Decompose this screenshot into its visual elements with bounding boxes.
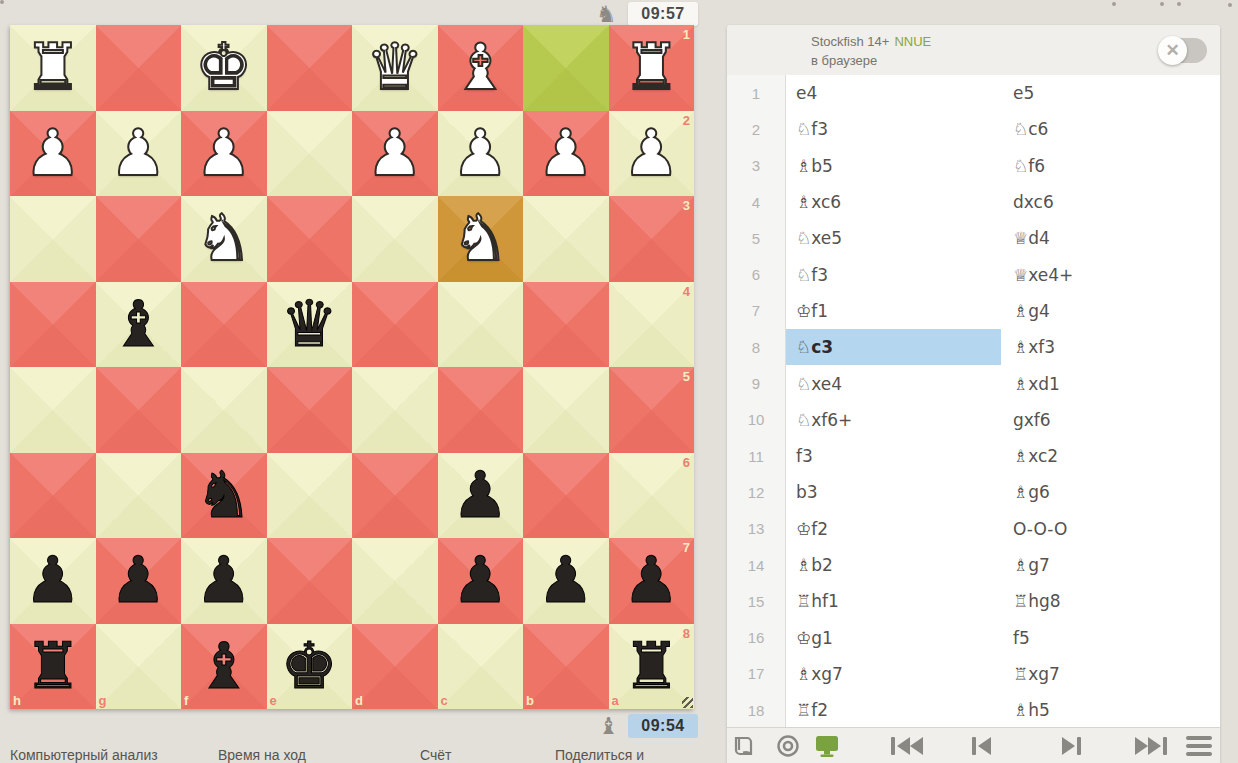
move-number: 1 xyxy=(727,75,786,111)
move-row: 9♘xe4♗xd1 xyxy=(727,365,1220,401)
rank-label-1: 1 xyxy=(683,28,690,41)
square-f1[interactable]: ♚ xyxy=(181,25,267,111)
opening-book-icon[interactable] xyxy=(727,728,761,763)
black-pawn[interactable]: ♟ xyxy=(181,538,267,624)
rank-label-4: 4 xyxy=(683,285,690,298)
move-number: 14 xyxy=(727,547,786,583)
move-number: 12 xyxy=(727,474,786,510)
move-number: 5 xyxy=(727,220,786,256)
rank-label-8: 8 xyxy=(683,627,690,640)
square-a5[interactable]: 5 xyxy=(609,367,695,453)
square-h4[interactable] xyxy=(10,282,96,368)
square-h2[interactable]: ♟ xyxy=(10,111,96,197)
move-black[interactable]: ♗g4 xyxy=(1001,293,1220,329)
move-white[interactable]: ♗xg7 xyxy=(786,656,1001,692)
black-material-bishop-icon: ♝ xyxy=(598,714,619,738)
move-white[interactable]: ♖hf1 xyxy=(786,583,1001,619)
file-label-a: a xyxy=(612,694,619,707)
square-h7[interactable]: ♟ xyxy=(10,538,96,624)
white-pawn[interactable]: ♟ xyxy=(523,111,609,197)
move-row: 16♔g1f5 xyxy=(727,619,1220,655)
move-white[interactable]: ♘xe4 xyxy=(786,365,1001,401)
nnue-badge: NNUE xyxy=(894,34,931,49)
white-rook[interactable]: ♜ xyxy=(609,25,695,111)
square-f8[interactable]: ♝f xyxy=(181,624,267,710)
first-move-icon[interactable] xyxy=(883,728,931,763)
square-g1[interactable] xyxy=(96,25,182,111)
move-white[interactable]: ♗b2 xyxy=(786,547,1001,583)
square-g3[interactable] xyxy=(96,196,182,282)
move-row: 14♗b2♗g7 xyxy=(727,547,1220,583)
white-queen[interactable]: ♛ xyxy=(352,25,438,111)
move-black[interactable]: ♖xg7 xyxy=(1001,656,1220,692)
square-c8[interactable]: c xyxy=(438,624,524,710)
move-row: 5♘xe5♕d4 xyxy=(727,220,1220,256)
move-white[interactable]: ♔f1 xyxy=(786,293,1001,329)
square-b7[interactable]: ♟ xyxy=(523,538,609,624)
move-white[interactable]: ♘xe5 xyxy=(786,220,1001,256)
move-white[interactable]: ♗b5 xyxy=(786,148,1001,184)
black-pawn[interactable]: ♟ xyxy=(438,538,524,624)
move-number: 6 xyxy=(727,256,786,292)
move-black[interactable]: ♗h5 xyxy=(1001,692,1220,727)
square-c7[interactable]: ♟ xyxy=(438,538,524,624)
move-list: 1e4e52♘f3♘c63♗b5♘f64♗xc6dxc65♘xe5♕d46♘f3… xyxy=(727,75,1220,727)
move-black[interactable]: ♘c6 xyxy=(1001,111,1220,147)
square-d5[interactable] xyxy=(352,367,438,453)
square-b1[interactable] xyxy=(523,25,609,111)
move-white[interactable]: ♘xf6+ xyxy=(786,402,1001,438)
square-f5[interactable] xyxy=(181,367,267,453)
analysis-panel: Stockfish 14+NNUE в браузере ✕ 1e4e52♘f3… xyxy=(727,25,1220,763)
board-editor-screen-icon[interactable] xyxy=(809,728,845,763)
white-pawn[interactable]: ♟ xyxy=(10,111,96,197)
next-move-icon[interactable] xyxy=(1047,728,1095,763)
move-white[interactable]: ♘c3 xyxy=(786,329,1001,365)
square-a1[interactable]: ♜1 xyxy=(609,25,695,111)
file-label-e: e xyxy=(270,694,277,707)
square-h8[interactable]: ♜h xyxy=(10,624,96,710)
move-number: 2 xyxy=(727,111,786,147)
move-black[interactable]: ♗g6 xyxy=(1001,474,1220,510)
move-row: 11f3♗xc2 xyxy=(727,438,1220,474)
tab-Компьютерный анализ[interactable]: Компьютерный анализ xyxy=(10,747,158,763)
square-g7[interactable]: ♟ xyxy=(96,538,182,624)
move-row: 4♗xc6dxc6 xyxy=(727,184,1220,220)
square-e6[interactable] xyxy=(267,453,353,539)
square-b6[interactable] xyxy=(523,453,609,539)
white-clock: 09:57 xyxy=(628,2,698,26)
square-d7[interactable] xyxy=(352,538,438,624)
move-number: 18 xyxy=(727,692,786,727)
square-g4[interactable]: ♝ xyxy=(96,282,182,368)
move-row: 10♘xf6+gxf6 xyxy=(727,402,1220,438)
square-e8[interactable]: ♚e xyxy=(267,624,353,710)
black-pawn[interactable]: ♟ xyxy=(523,538,609,624)
square-e7[interactable] xyxy=(267,538,353,624)
square-c4[interactable] xyxy=(438,282,524,368)
move-white[interactable]: ♘f3 xyxy=(786,256,1001,292)
file-label-b: b xyxy=(526,694,534,707)
move-black[interactable]: f5 xyxy=(1001,619,1220,655)
move-number: 10 xyxy=(727,402,786,438)
move-black[interactable]: ♕d4 xyxy=(1001,220,1220,256)
square-e4[interactable]: ♛ xyxy=(267,282,353,368)
move-row: 6♘f3♕xe4+ xyxy=(727,256,1220,292)
square-d6[interactable] xyxy=(352,453,438,539)
move-row: 2♘f3♘c6 xyxy=(727,111,1220,147)
move-black[interactable]: e5 xyxy=(1001,75,1220,111)
black-knight[interactable]: ♞ xyxy=(181,453,267,539)
move-black[interactable]: ♖hg8 xyxy=(1001,583,1220,619)
engine-name: Stockfish 14+NNUE xyxy=(811,32,931,51)
black-bishop[interactable]: ♝ xyxy=(96,282,182,368)
rank-label-3: 3 xyxy=(683,199,690,212)
square-h1[interactable]: ♜ xyxy=(10,25,96,111)
engine-subtitle: в браузере xyxy=(811,51,931,70)
move-black[interactable]: ♕xe4+ xyxy=(1001,256,1220,292)
square-d1[interactable]: ♛ xyxy=(352,25,438,111)
black-bishop[interactable]: ♝ xyxy=(181,624,267,710)
move-black[interactable]: dxc6 xyxy=(1001,184,1220,220)
white-bishop[interactable]: ♝ xyxy=(438,25,524,111)
move-white[interactable]: ♘f3 xyxy=(786,111,1001,147)
move-row: 8♘c3♗xf3 xyxy=(727,329,1220,365)
black-king[interactable]: ♚ xyxy=(267,624,353,710)
previous-move-icon[interactable] xyxy=(957,728,1005,763)
move-row: 18♖f2♗h5 xyxy=(727,692,1220,727)
move-number: 11 xyxy=(727,438,786,474)
move-black[interactable]: ♗xc2 xyxy=(1001,438,1220,474)
square-a6[interactable]: 6 xyxy=(609,453,695,539)
square-f3[interactable]: ♞ xyxy=(181,196,267,282)
chess-board[interactable]: ♜♚♛♝♜1♟♟♟♟♟♟♟2♞♞3♝♛45♞♟6♟♟♟♟♟♟7♜hg♝f♚edc… xyxy=(10,25,694,709)
white-material-knight-icon: ♞ xyxy=(596,2,617,26)
square-c1[interactable]: ♝ xyxy=(438,25,524,111)
square-a4[interactable]: 4 xyxy=(609,282,695,368)
move-white[interactable]: ♗xc6 xyxy=(786,184,1001,220)
square-c3[interactable]: ♞ xyxy=(438,196,524,282)
move-row: 1e4e5 xyxy=(727,75,1220,111)
square-f7[interactable]: ♟ xyxy=(181,538,267,624)
square-e1[interactable] xyxy=(267,25,353,111)
move-black[interactable]: gxf6 xyxy=(1001,402,1220,438)
white-rook[interactable]: ♜ xyxy=(10,25,96,111)
square-d2[interactable]: ♟ xyxy=(352,111,438,197)
move-number: 4 xyxy=(727,184,786,220)
rank-label-6: 6 xyxy=(683,456,690,469)
move-black[interactable]: O-O-O xyxy=(1001,511,1220,547)
move-number: 16 xyxy=(727,619,786,655)
black-pawn[interactable]: ♟ xyxy=(10,538,96,624)
square-f2[interactable]: ♟ xyxy=(181,111,267,197)
move-row: 3♗b5♘f6 xyxy=(727,148,1220,184)
white-knight[interactable]: ♞ xyxy=(438,196,524,282)
rank-label-5: 5 xyxy=(683,370,690,383)
move-number: 13 xyxy=(727,511,786,547)
white-pawn[interactable]: ♟ xyxy=(96,111,182,197)
square-h6[interactable] xyxy=(10,453,96,539)
square-e3[interactable] xyxy=(267,196,353,282)
move-white[interactable]: ♔g1 xyxy=(786,619,1001,655)
black-pawn[interactable]: ♟ xyxy=(438,453,524,539)
move-white[interactable]: b3 xyxy=(786,474,1001,510)
black-pawn[interactable]: ♟ xyxy=(96,538,182,624)
analysis-tabs: Компьютерный анализВремя на ходСчётПодел… xyxy=(10,747,710,763)
move-row: 15♖hf1♖hg8 xyxy=(727,583,1220,619)
black-rook[interactable]: ♜ xyxy=(10,624,96,710)
move-number: 3 xyxy=(727,148,786,184)
black-pawn[interactable]: ♟ xyxy=(609,538,695,624)
move-row: 12b3♗g6 xyxy=(727,474,1220,510)
white-pawn[interactable]: ♟ xyxy=(609,111,695,197)
move-white[interactable]: ♖f2 xyxy=(786,692,1001,727)
white-king[interactable]: ♚ xyxy=(181,25,267,111)
move-number: 7 xyxy=(727,293,786,329)
move-black[interactable]: ♗g7 xyxy=(1001,547,1220,583)
move-number: 9 xyxy=(727,365,786,401)
square-a3[interactable]: 3 xyxy=(609,196,695,282)
move-row: 7♔f1♗g4 xyxy=(727,293,1220,329)
file-label-c: c xyxy=(441,694,448,707)
square-g6[interactable] xyxy=(96,453,182,539)
square-a7[interactable]: ♟7 xyxy=(609,538,695,624)
square-b5[interactable] xyxy=(523,367,609,453)
square-f6[interactable]: ♞ xyxy=(181,453,267,539)
square-g2[interactable]: ♟ xyxy=(96,111,182,197)
square-b4[interactable] xyxy=(523,282,609,368)
square-c6[interactable]: ♟ xyxy=(438,453,524,539)
move-black[interactable]: ♘f6 xyxy=(1001,148,1220,184)
square-e2[interactable] xyxy=(267,111,353,197)
engine-header: Stockfish 14+NNUE в браузере ✕ xyxy=(727,25,1220,75)
square-b3[interactable] xyxy=(523,196,609,282)
engine-toggle-knob[interactable]: ✕ xyxy=(1158,36,1187,65)
move-black[interactable]: ♗xd1 xyxy=(1001,365,1220,401)
square-a2[interactable]: ♟2 xyxy=(609,111,695,197)
black-queen[interactable]: ♛ xyxy=(267,282,353,368)
move-white[interactable]: e4 xyxy=(786,75,1001,111)
white-pawn[interactable]: ♟ xyxy=(181,111,267,197)
square-c5[interactable] xyxy=(438,367,524,453)
move-number: 8 xyxy=(727,329,786,365)
square-d3[interactable] xyxy=(352,196,438,282)
move-number: 17 xyxy=(727,656,786,692)
tab-Счёт[interactable]: Счёт xyxy=(420,747,451,763)
file-label-f: f xyxy=(184,694,188,707)
rank-label-7: 7 xyxy=(683,541,690,554)
square-g5[interactable] xyxy=(96,367,182,453)
move-number: 15 xyxy=(727,583,786,619)
black-clock: 09:54 xyxy=(628,714,698,738)
tab-Поделиться и[interactable]: Поделиться и xyxy=(555,747,644,763)
file-label-d: d xyxy=(355,694,363,707)
square-f4[interactable] xyxy=(181,282,267,368)
square-h3[interactable] xyxy=(10,196,96,282)
move-white[interactable]: f3 xyxy=(786,438,1001,474)
file-label-h: h xyxy=(13,694,21,707)
white-pawn[interactable]: ♟ xyxy=(352,111,438,197)
move-row: 13♔f2O-O-O xyxy=(727,511,1220,547)
engine-toggle[interactable]: ✕ xyxy=(1160,38,1207,63)
analysis-toolbar xyxy=(727,727,1220,763)
square-h5[interactable] xyxy=(10,367,96,453)
white-pawn[interactable]: ♟ xyxy=(438,111,524,197)
square-b2[interactable]: ♟ xyxy=(523,111,609,197)
white-knight[interactable]: ♞ xyxy=(181,196,267,282)
board-resize-handle[interactable] xyxy=(682,697,693,708)
move-white[interactable]: ♔f2 xyxy=(786,511,1001,547)
cutoff-page-header-fragments xyxy=(0,0,4,4)
rank-label-2: 2 xyxy=(683,114,690,127)
practice-target-icon[interactable] xyxy=(771,728,805,763)
square-b8[interactable]: b xyxy=(523,624,609,710)
move-row: 17♗xg7♖xg7 xyxy=(727,656,1220,692)
square-e5[interactable] xyxy=(267,367,353,453)
square-c2[interactable]: ♟ xyxy=(438,111,524,197)
square-d4[interactable] xyxy=(352,282,438,368)
square-g8[interactable]: g xyxy=(96,624,182,710)
last-move-icon[interactable] xyxy=(1125,728,1177,763)
square-d8[interactable]: d xyxy=(352,624,438,710)
tab-Время на ход[interactable]: Время на ход xyxy=(218,747,306,763)
menu-icon[interactable] xyxy=(1179,728,1219,763)
file-label-g: g xyxy=(99,694,107,707)
move-black[interactable]: ♗xf3 xyxy=(1001,329,1220,365)
